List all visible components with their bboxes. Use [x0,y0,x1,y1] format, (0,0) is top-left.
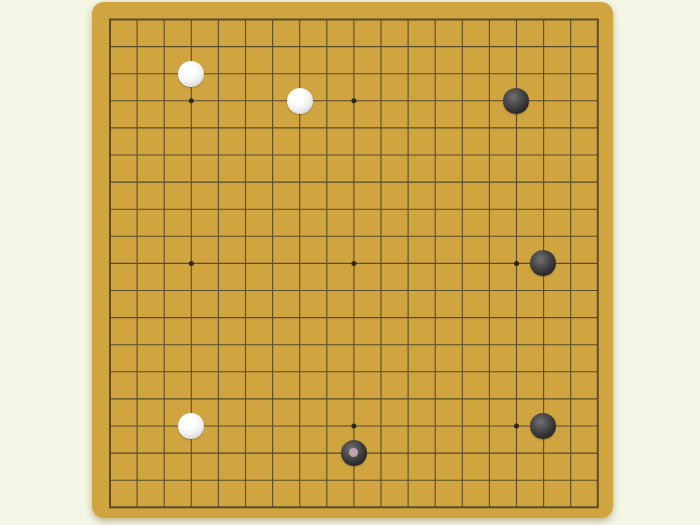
intersection-D17 [178,60,205,87]
stone-black-R10 [530,250,556,276]
intersection-R4 [530,412,557,439]
stone-black-K3 [341,440,367,466]
intersection-Q16 [503,87,530,114]
intersection-K3 [340,439,367,466]
stone-white-D4 [178,413,204,439]
stone-white-H16 [287,88,313,114]
stone-black-R4 [530,413,556,439]
intersection-D4 [178,412,205,439]
page-background [0,0,700,525]
last-move-marker [349,448,358,457]
intersection-R10 [530,250,557,277]
go-board[interactable] [92,2,613,518]
intersection-H16 [286,87,313,114]
stone-white-D17 [178,61,204,87]
stone-black-Q16 [503,88,529,114]
stones-layer [96,6,611,521]
